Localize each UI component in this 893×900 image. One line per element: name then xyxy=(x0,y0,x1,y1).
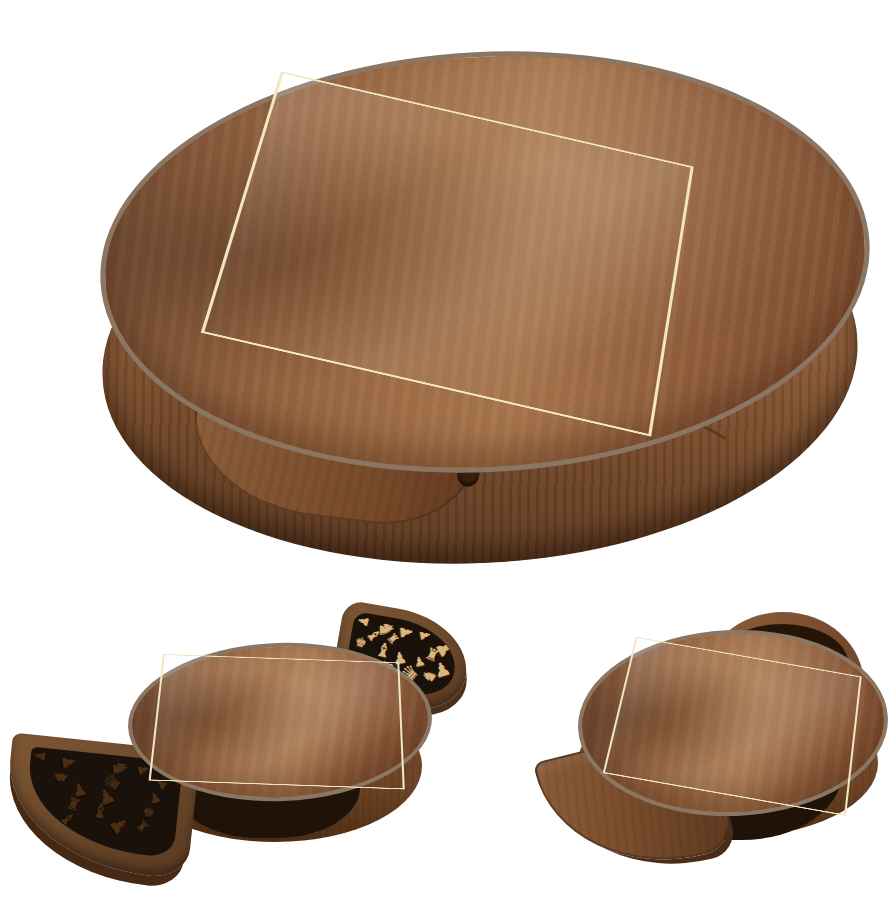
stored-piece: ♜ xyxy=(133,818,150,835)
stored-piece: ♝ xyxy=(56,809,77,830)
stored-piece: ♟ xyxy=(33,749,48,763)
product-gallery: ♟♟♟♟♜♞♟♝♛♚♟♟♜♞♝♟ ♟♟♟♟♜♞♟♝♛♚♟♟♜♞♝♟ ♟♟♟♟♜♞… xyxy=(0,0,893,900)
thumbnail-drawer-ajar[interactable]: ♟♟♟♟♜♞♟♝ xyxy=(535,595,893,895)
stored-piece: ♟ xyxy=(418,628,433,642)
stored-piece: ♟ xyxy=(147,790,162,806)
chess-board-grid xyxy=(156,658,408,792)
stored-piece: ♟ xyxy=(106,813,131,838)
thumbnail-drawers-open[interactable]: ♟♟♟♟♜♞♟♝♛♚♟♟♜♞♝♟ ♟♟♟♟♜♞♟♝♛♚♟♟♜♞♝♟ xyxy=(0,595,505,895)
main-product-image[interactable] xyxy=(40,0,870,588)
stored-piece: ♚ xyxy=(353,634,368,650)
stored-piece: ♞ xyxy=(50,766,71,787)
stored-piece: ♝ xyxy=(90,801,110,822)
stored-piece: ♟ xyxy=(356,614,372,629)
chess-board-empty xyxy=(149,654,405,789)
